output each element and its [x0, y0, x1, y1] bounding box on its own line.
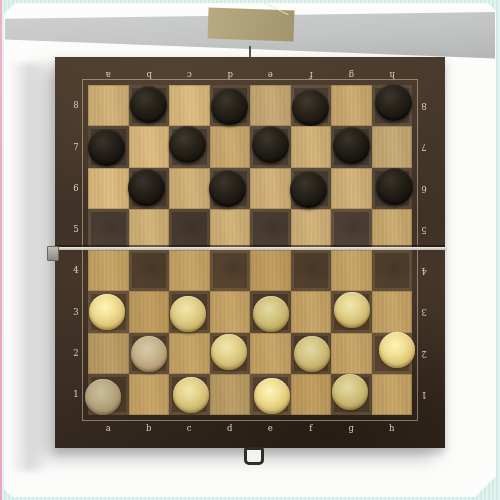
- file-label-top-b: b: [129, 69, 170, 80]
- square-a7: [88, 126, 129, 167]
- square-c1: [169, 374, 210, 415]
- square-a6: [88, 168, 129, 209]
- checker-gold-h2: [379, 332, 415, 368]
- square-e8: [250, 85, 291, 126]
- square-d8: [210, 85, 251, 126]
- square-d7: [210, 126, 251, 167]
- rank-labels-left: 87654321: [70, 85, 82, 415]
- left-edge-pink-border: [0, 0, 2, 500]
- square-c2: [169, 333, 210, 374]
- checker-black-b6: [128, 169, 165, 206]
- square-b1: [129, 374, 170, 415]
- board-shadow-left: [10, 63, 46, 471]
- square-g1: [331, 374, 372, 415]
- checker-gold-d2: [211, 334, 247, 370]
- file-label-top-h: h: [372, 69, 413, 80]
- square-d3: [210, 291, 251, 332]
- rank-label-right-3: 3: [418, 291, 430, 332]
- product-photo: abcdefgh abcdefgh 87654321 87654321: [0, 0, 500, 500]
- square-d2: [210, 333, 251, 374]
- file-label-top-a: a: [88, 69, 129, 80]
- square-b8: [129, 85, 170, 126]
- file-label-bottom-c: c: [169, 423, 210, 434]
- file-label-top-c: c: [169, 69, 210, 80]
- square-a1: [88, 374, 129, 415]
- checker-gold-c3: [170, 296, 206, 332]
- square-d6: [210, 168, 251, 209]
- square-d4: [210, 250, 251, 291]
- file-label-bottom-g: g: [331, 423, 372, 434]
- rank-label-left-6: 6: [70, 168, 82, 209]
- checker-gold-c1: [173, 377, 209, 413]
- square-h4: [372, 250, 413, 291]
- square-d5: [210, 209, 251, 250]
- file-label-bottom-f: f: [291, 423, 332, 434]
- square-e6: [250, 168, 291, 209]
- file-label-bottom-h: h: [372, 423, 413, 434]
- checker-black-d6: [209, 170, 246, 207]
- square-f7: [291, 126, 332, 167]
- square-b2: [129, 333, 170, 374]
- square-e1: [250, 374, 291, 415]
- square-g6: [331, 168, 372, 209]
- square-f1: [291, 374, 332, 415]
- checker-black-e7: [252, 126, 289, 163]
- file-label-top-f: f: [291, 69, 332, 80]
- rank-label-left-5: 5: [70, 209, 82, 250]
- checker-black-a7: [88, 129, 125, 166]
- file-label-bottom-a: a: [88, 423, 129, 434]
- folding-wooden-board: abcdefgh abcdefgh 87654321 87654321: [55, 57, 445, 448]
- square-b7: [129, 126, 170, 167]
- square-e2: [250, 333, 291, 374]
- rank-label-right-5: 5: [418, 209, 430, 250]
- rank-label-left-3: 3: [70, 291, 82, 332]
- square-h1: [372, 374, 413, 415]
- checker-black-c7: [169, 126, 206, 163]
- square-c8: [169, 85, 210, 126]
- rank-label-left-2: 2: [70, 333, 82, 374]
- file-label-bottom-e: e: [250, 423, 291, 434]
- file-labels-top: abcdefgh: [88, 69, 412, 80]
- square-b5: [129, 209, 170, 250]
- square-c7: [169, 126, 210, 167]
- rank-label-left-7: 7: [70, 126, 82, 167]
- square-c6: [169, 168, 210, 209]
- square-a3: [88, 291, 129, 332]
- square-f8: [291, 85, 332, 126]
- square-h6: [372, 168, 413, 209]
- square-d1: [210, 374, 251, 415]
- square-h8: [372, 85, 413, 126]
- checker-gold-a3: [89, 294, 125, 330]
- square-h2: [372, 333, 413, 374]
- checker-black-f8: [292, 89, 329, 126]
- square-a5: [88, 209, 129, 250]
- checker-gold-g3: [334, 292, 370, 328]
- square-e5: [250, 209, 291, 250]
- square-c3: [169, 291, 210, 332]
- square-f5: [291, 209, 332, 250]
- rank-label-right-8: 8: [418, 85, 430, 126]
- square-b3: [129, 291, 170, 332]
- checker-black-h6: [376, 168, 413, 205]
- square-f6: [291, 168, 332, 209]
- square-f3: [291, 291, 332, 332]
- square-g8: [331, 85, 372, 126]
- checker-black-d8: [211, 88, 248, 125]
- file-labels-bottom: abcdefgh: [88, 423, 412, 434]
- square-g3: [331, 291, 372, 332]
- checker-gold-b2: [131, 336, 167, 372]
- rank-label-left-4: 4: [70, 250, 82, 291]
- square-g2: [331, 333, 372, 374]
- square-c4: [169, 250, 210, 291]
- square-e4: [250, 250, 291, 291]
- square-f4: [291, 250, 332, 291]
- file-label-bottom-d: d: [210, 423, 251, 434]
- file-label-top-d: d: [210, 69, 251, 80]
- square-g7: [331, 126, 372, 167]
- checker-gold-e3: [253, 296, 289, 332]
- rank-label-right-7: 7: [418, 126, 430, 167]
- checker-black-g7: [333, 127, 370, 164]
- rank-label-right-2: 2: [418, 333, 430, 374]
- checker-black-f6: [290, 171, 327, 208]
- hinge-icon: [47, 246, 59, 261]
- photo-background: abcdefgh abcdefgh 87654321 87654321: [4, 3, 496, 497]
- rank-label-left-1: 1: [70, 374, 82, 415]
- clasp-latch-icon: [244, 447, 264, 465]
- square-f2: [291, 333, 332, 374]
- checker-gold-g1: [332, 374, 368, 410]
- checker-gold-e1: [254, 378, 290, 414]
- square-a4: [88, 250, 129, 291]
- file-label-top-g: g: [331, 69, 372, 80]
- file-label-bottom-b: b: [129, 423, 170, 434]
- checker-gold-f2: [294, 336, 330, 372]
- square-e3: [250, 291, 291, 332]
- file-label-top-e: e: [250, 69, 291, 80]
- rank-labels-right: 87654321: [418, 85, 430, 415]
- square-a2: [88, 333, 129, 374]
- square-g4: [331, 250, 372, 291]
- square-e7: [250, 126, 291, 167]
- square-h3: [372, 291, 413, 332]
- square-b6: [129, 168, 170, 209]
- rank-label-right-4: 4: [418, 250, 430, 291]
- square-a8: [88, 85, 129, 126]
- rank-label-right-1: 1: [418, 374, 430, 415]
- square-h7: [372, 126, 413, 167]
- rank-label-right-6: 6: [418, 168, 430, 209]
- square-h5: [372, 209, 413, 250]
- rank-label-left-8: 8: [70, 85, 82, 126]
- cardboard-tab: [207, 8, 294, 42]
- checker-black-b8: [130, 86, 167, 123]
- checker-gold-a1: [85, 379, 121, 415]
- square-b4: [129, 250, 170, 291]
- checker-black-h8: [375, 84, 412, 121]
- square-g5: [331, 209, 372, 250]
- fold-seam-line: [53, 247, 447, 250]
- board-grid: [88, 85, 412, 415]
- square-c5: [169, 209, 210, 250]
